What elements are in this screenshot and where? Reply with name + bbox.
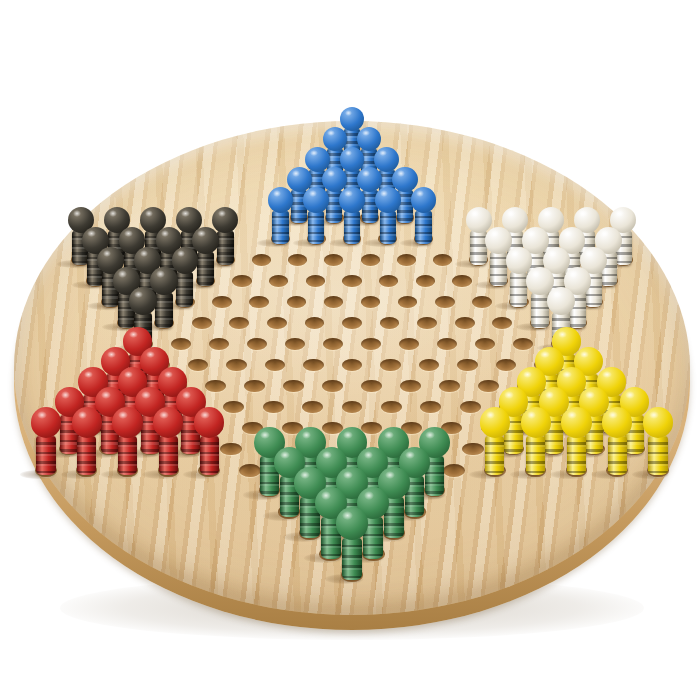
peg-blue-r4-c3[interactable] [375, 187, 401, 244]
green-peg-body [342, 537, 363, 580]
specular-highlight [569, 270, 578, 277]
blue-peg-body [272, 210, 288, 244]
red-peg-ball-head [112, 407, 142, 437]
specular-highlight [625, 391, 635, 399]
peg-red-r15-c3[interactable] [153, 407, 183, 475]
specular-highlight [585, 250, 594, 257]
specular-highlight [558, 331, 567, 338]
specular-highlight [310, 150, 318, 156]
specular-highlight [124, 371, 133, 379]
specular-highlight [302, 431, 312, 439]
yellow-peg-ball-head [561, 407, 591, 437]
specular-highlight [107, 351, 116, 359]
peg-blue-r4-c4[interactable] [411, 187, 437, 244]
specular-highlight [405, 451, 415, 459]
yellow-peg-body [608, 435, 627, 475]
specular-highlight [109, 210, 117, 217]
peg-yellow-r15-c11[interactable] [480, 407, 510, 475]
peg-red-r15-c0[interactable] [31, 407, 61, 475]
specular-highlight [562, 371, 571, 379]
red-peg-ball-head [194, 407, 224, 437]
red-peg-body [36, 435, 55, 475]
specular-highlight [527, 230, 535, 237]
black-peg-ball-head [129, 287, 157, 315]
specular-highlight [327, 170, 335, 177]
specular-highlight [567, 411, 577, 419]
specular-highlight [61, 391, 71, 399]
specular-highlight [364, 491, 374, 499]
peg-red-r15-c2[interactable] [112, 407, 142, 475]
peg-blue-r4-c2[interactable] [339, 187, 365, 244]
green-peg-ball-head [336, 507, 368, 539]
blue-peg-body [344, 210, 360, 244]
specular-highlight [182, 391, 192, 399]
specular-highlight [579, 210, 587, 217]
red-peg-body [159, 435, 178, 475]
specular-highlight [543, 210, 551, 217]
chinese-checkers-product-photo [0, 0, 700, 700]
red-peg-body [77, 435, 96, 475]
specular-highlight [181, 210, 189, 217]
specular-highlight [532, 270, 541, 277]
specular-highlight [156, 270, 165, 277]
peg-yellow-r15-c14[interactable] [602, 407, 632, 475]
white-peg-ball-head [547, 287, 575, 315]
specular-highlight [362, 130, 370, 136]
specular-highlight [159, 411, 169, 419]
black-peg-body [155, 292, 172, 328]
specular-highlight [553, 291, 562, 298]
specular-highlight [273, 190, 281, 197]
specular-highlight [161, 230, 169, 237]
peg-green-r20-c0[interactable] [336, 507, 368, 580]
specular-highlight [345, 110, 353, 116]
specular-highlight [140, 250, 149, 257]
specular-highlight [78, 411, 88, 419]
blue-peg-ball-head [303, 187, 329, 213]
yellow-peg-ball-head [480, 407, 510, 437]
peg-red-r15-c1[interactable] [72, 407, 102, 475]
specular-highlight [486, 411, 496, 419]
red-peg-ball-head [153, 407, 183, 437]
specular-highlight [197, 230, 205, 237]
specular-highlight [364, 451, 374, 459]
specular-highlight [260, 431, 270, 439]
specular-highlight [134, 291, 143, 298]
specular-highlight [87, 230, 95, 237]
peg-blue-r4-c1[interactable] [303, 187, 329, 244]
specular-highlight [523, 371, 532, 379]
specular-highlight [124, 230, 132, 237]
red-peg-body [118, 435, 137, 475]
specular-highlight [73, 210, 81, 217]
red-peg-ball-head [31, 407, 61, 437]
specular-highlight [280, 451, 290, 459]
specular-highlight [649, 411, 659, 419]
specular-highlight [425, 431, 435, 439]
red-peg-body [200, 435, 219, 475]
peg-blue-r4-c0[interactable] [268, 187, 294, 244]
specular-highlight [511, 250, 520, 257]
specular-highlight [177, 250, 186, 257]
specular-highlight [145, 210, 153, 217]
blue-peg-body [308, 210, 324, 244]
specular-highlight [343, 471, 353, 479]
specular-highlight [580, 351, 589, 359]
specular-highlight [292, 170, 300, 177]
yellow-peg-ball-head [643, 407, 673, 437]
specular-highlight [309, 190, 317, 197]
specular-highlight [321, 491, 331, 499]
peg-yellow-r15-c12[interactable] [521, 407, 551, 475]
specular-highlight [118, 411, 128, 419]
specular-highlight [545, 391, 555, 399]
yellow-peg-body [567, 435, 586, 475]
specular-highlight [342, 511, 352, 519]
specular-highlight [344, 190, 352, 197]
blue-peg-body [415, 210, 431, 244]
blue-peg-ball-head [411, 187, 437, 213]
specular-highlight [416, 190, 424, 197]
black-peg-body [217, 230, 234, 265]
specular-highlight [585, 391, 595, 399]
specular-highlight [327, 130, 335, 136]
specular-highlight [380, 190, 388, 197]
specular-highlight [564, 230, 572, 237]
specular-highlight [218, 210, 226, 217]
peg-yellow-r15-c15[interactable] [643, 407, 673, 475]
specular-highlight [322, 451, 332, 459]
specular-highlight [101, 391, 111, 399]
pegs-layer [0, 0, 700, 700]
specular-highlight [608, 411, 618, 419]
yellow-peg-body [526, 435, 545, 475]
specular-highlight [84, 371, 93, 379]
blue-peg-ball-head [375, 187, 401, 213]
blue-peg-ball-head [268, 187, 294, 213]
white-peg-body [510, 271, 527, 307]
specular-highlight [103, 250, 112, 257]
specular-highlight [345, 150, 353, 156]
peg-yellow-r15-c13[interactable] [561, 407, 591, 475]
black-peg-body [176, 271, 193, 307]
specular-highlight [37, 411, 47, 419]
specular-highlight [118, 270, 127, 277]
specular-highlight [385, 471, 395, 479]
specular-highlight [601, 230, 609, 237]
specular-highlight [146, 351, 155, 359]
specular-highlight [397, 170, 405, 177]
specular-highlight [379, 150, 387, 156]
specular-highlight [384, 431, 394, 439]
specular-highlight [527, 411, 537, 419]
red-peg-ball-head [72, 407, 102, 437]
yellow-peg-ball-head [521, 407, 551, 437]
specular-highlight [362, 170, 370, 177]
specular-highlight [548, 250, 557, 257]
specular-highlight [491, 230, 499, 237]
specular-highlight [129, 331, 138, 338]
yellow-peg-body [648, 435, 667, 475]
specular-highlight [343, 431, 353, 439]
specular-highlight [471, 210, 479, 217]
specular-highlight [141, 391, 151, 399]
yellow-peg-body [485, 435, 504, 475]
specular-highlight [504, 391, 514, 399]
specular-highlight [164, 371, 173, 379]
specular-highlight [300, 471, 310, 479]
specular-highlight [507, 210, 515, 217]
specular-highlight [200, 411, 210, 419]
black-peg-body [197, 251, 214, 286]
blue-peg-body [380, 210, 396, 244]
specular-highlight [540, 351, 549, 359]
specular-highlight [602, 371, 611, 379]
white-peg-body [490, 251, 507, 286]
blue-peg-ball-head [339, 187, 365, 213]
peg-red-r15-c4[interactable] [194, 407, 224, 475]
white-peg-body [531, 292, 548, 328]
specular-highlight [616, 210, 624, 217]
yellow-peg-ball-head [602, 407, 632, 437]
